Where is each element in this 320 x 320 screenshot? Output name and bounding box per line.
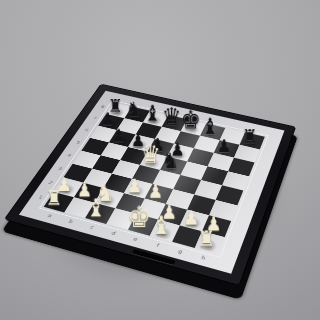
square-h8[interactable]: ♜ <box>240 132 265 149</box>
piece-white-rook[interactable]: ♜ <box>195 228 219 250</box>
piece-white-pawn[interactable]: ♟ <box>123 176 145 195</box>
piece-white-bishop[interactable]: ♝ <box>149 213 173 238</box>
piece-white-queen[interactable]: ♛ <box>139 141 160 167</box>
piece-black-pawn[interactable]: ♟ <box>214 137 235 155</box>
square-e5[interactable]: ♞ <box>160 156 187 174</box>
piece-black-pawn[interactable]: ♟ <box>108 127 129 144</box>
piece-black-rook[interactable]: ♜ <box>239 127 260 146</box>
piece-black-knight[interactable]: ♞ <box>124 99 144 119</box>
board-grid: ♜♞♝♛♚♝♜♟♟♟♟♟♟♛♞♟♟♟♟♞♟♟♟♜♝♚♝♜ <box>44 102 265 254</box>
piece-white-rook[interactable]: ♜ <box>43 188 66 209</box>
scene-background: ♜♞♝♛♚♝♜♟♟♟♟♟♟♛♞♟♟♟♟♞♟♟♟♜♝♚♝♜ abcdefgh 87… <box>0 0 320 320</box>
piece-black-queen[interactable]: ♛ <box>161 104 181 128</box>
piece-black-bishop[interactable]: ♝ <box>200 115 221 137</box>
chessboard: ♜♞♝♛♚♝♜♟♟♟♟♟♟♛♞♟♟♟♟♞♟♟♟♜♝♚♝♜ abcdefgh 87… <box>4 83 296 285</box>
perspective-wrapper: ♜♞♝♛♚♝♜♟♟♟♟♟♟♛♞♟♟♟♟♞♟♟♟♜♝♚♝♜ abcdefgh 87… <box>0 0 320 320</box>
piece-black-king[interactable]: ♚ <box>181 107 201 132</box>
piece-white-bishop[interactable]: ♝ <box>84 196 107 220</box>
piece-black-bishop[interactable]: ♝ <box>143 102 163 123</box>
piece-white-pawn[interactable]: ♟ <box>180 208 203 227</box>
piece-white-pawn[interactable]: ♟ <box>144 182 167 201</box>
piece-white-king[interactable]: ♚ <box>127 203 151 232</box>
square-f6[interactable] <box>187 148 214 166</box>
piece-black-knight[interactable]: ♞ <box>160 150 182 172</box>
square-a4[interactable] <box>73 150 101 168</box>
